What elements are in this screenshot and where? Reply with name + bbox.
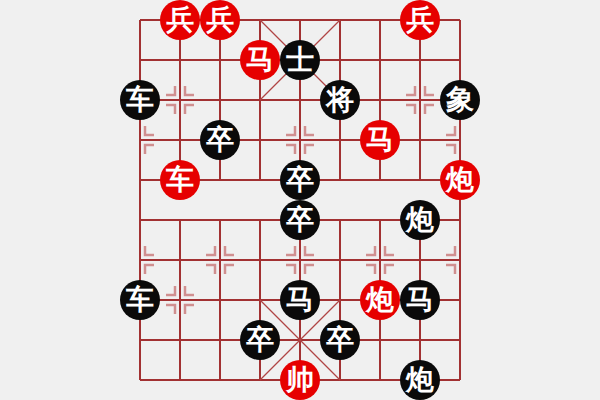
piece-black-soldier-e5[interactable]: 卒 — [280, 160, 320, 200]
piece-black-general-f3[interactable]: 将 — [320, 80, 360, 120]
piece-black-chariot-a3[interactable]: 车 — [120, 80, 160, 120]
pieces-layer: 兵兵兵马士车将象卒马车卒炮卒炮车马炮马卒卒帅炮 — [0, 0, 600, 400]
piece-black-soldier-c4[interactable]: 卒 — [200, 120, 240, 160]
piece-red-soldier-c1[interactable]: 兵 — [200, 0, 240, 40]
piece-black-cannon-h6[interactable]: 炮 — [400, 200, 440, 240]
piece-black-advisor-e2[interactable]: 士 — [280, 40, 320, 80]
xiangqi-app: 兵兵兵马士车将象卒马车卒炮卒炮车马炮马卒卒帅炮 — [0, 0, 600, 400]
xiangqi-board[interactable]: 兵兵兵马士车将象卒马车卒炮卒炮车马炮马卒卒帅炮 — [0, 0, 600, 400]
piece-red-chariot-b5[interactable]: 车 — [160, 160, 200, 200]
piece-red-soldier-h1[interactable]: 兵 — [400, 0, 440, 40]
piece-red-horse-g4[interactable]: 马 — [360, 120, 400, 160]
piece-black-elephant-i3[interactable]: 象 — [440, 80, 480, 120]
piece-black-soldier-e6[interactable]: 卒 — [280, 200, 320, 240]
piece-black-chariot-a8[interactable]: 车 — [120, 280, 160, 320]
piece-black-cannon-h10[interactable]: 炮 — [400, 360, 440, 400]
piece-red-general-e10[interactable]: 帅 — [280, 360, 320, 400]
piece-black-horse-h8[interactable]: 马 — [400, 280, 440, 320]
piece-black-soldier-f9[interactable]: 卒 — [320, 320, 360, 360]
piece-red-cannon-i5[interactable]: 炮 — [440, 160, 480, 200]
piece-black-soldier-d9[interactable]: 卒 — [240, 320, 280, 360]
piece-black-horse-e8[interactable]: 马 — [280, 280, 320, 320]
piece-red-soldier-b1[interactable]: 兵 — [160, 0, 200, 40]
piece-red-horse-d2[interactable]: 马 — [240, 40, 280, 80]
piece-red-cannon-g8[interactable]: 炮 — [360, 280, 400, 320]
